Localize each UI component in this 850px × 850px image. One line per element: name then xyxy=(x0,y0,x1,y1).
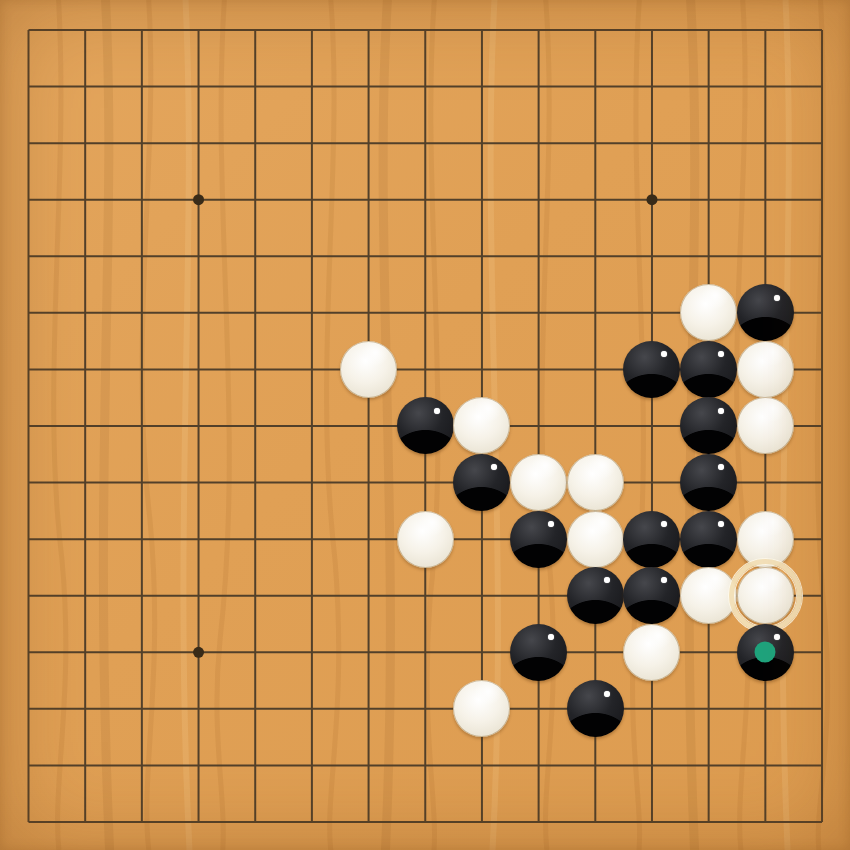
stone-specular-highlight xyxy=(774,634,780,640)
white-stone xyxy=(623,624,680,681)
white-stone xyxy=(510,454,567,511)
black-stone xyxy=(680,397,737,454)
stone-specular-highlight xyxy=(661,521,667,527)
black-stone xyxy=(510,511,567,568)
white-stone xyxy=(737,341,794,398)
stone-specular-highlight xyxy=(661,351,667,357)
white-stone xyxy=(453,397,510,454)
black-stone xyxy=(737,284,794,341)
stone-specular-highlight xyxy=(718,408,724,414)
stone-specular-highlight xyxy=(661,577,667,583)
black-stone xyxy=(567,680,624,737)
stone-specular-highlight xyxy=(604,691,610,697)
black-stone xyxy=(453,454,510,511)
stone-specular-highlight xyxy=(491,464,497,470)
stones-layer xyxy=(0,0,850,850)
white-stone xyxy=(340,341,397,398)
black-stone xyxy=(623,511,680,568)
stone-specular-highlight xyxy=(718,464,724,470)
stone-specular-highlight xyxy=(718,351,724,357)
white-stone xyxy=(567,454,624,511)
target-dot-marker xyxy=(755,642,776,663)
stone-specular-highlight xyxy=(548,634,554,640)
black-stone xyxy=(567,567,624,624)
white-stone xyxy=(680,284,737,341)
white-stone xyxy=(567,511,624,568)
stone-specular-highlight xyxy=(774,295,780,301)
white-stone xyxy=(453,680,510,737)
black-stone xyxy=(510,624,567,681)
stone-specular-highlight xyxy=(604,577,610,583)
white-stone xyxy=(397,511,454,568)
go-board[interactable] xyxy=(0,0,850,850)
white-stone xyxy=(737,397,794,454)
stone-specular-highlight xyxy=(718,521,724,527)
stone-specular-highlight xyxy=(434,408,440,414)
black-stone xyxy=(680,454,737,511)
black-stone xyxy=(737,624,794,681)
black-stone xyxy=(623,567,680,624)
stone-specular-highlight xyxy=(548,521,554,527)
black-stone xyxy=(680,511,737,568)
black-stone xyxy=(623,341,680,398)
last-move-ring-marker xyxy=(729,559,802,632)
black-stone xyxy=(680,341,737,398)
black-stone xyxy=(397,397,454,454)
white-stone xyxy=(737,567,794,624)
